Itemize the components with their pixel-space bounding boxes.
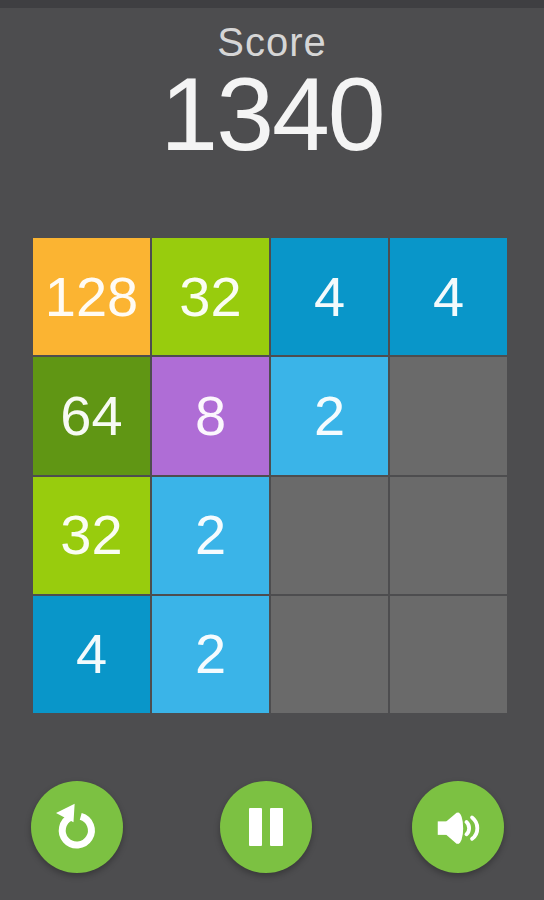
restart-button[interactable] bbox=[31, 781, 123, 873]
empty-cell bbox=[271, 477, 388, 594]
tile-2: 2 bbox=[152, 477, 269, 594]
restart-icon bbox=[49, 799, 105, 855]
sound-button[interactable] bbox=[412, 781, 504, 873]
pause-button[interactable] bbox=[220, 781, 312, 873]
empty-cell bbox=[390, 357, 507, 474]
tile-64: 64 bbox=[33, 357, 150, 474]
score-value: 1340 bbox=[0, 62, 544, 166]
tile-128: 128 bbox=[33, 238, 150, 355]
sound-icon bbox=[431, 800, 485, 854]
tile-4: 4 bbox=[33, 596, 150, 713]
tile-4: 4 bbox=[271, 238, 388, 355]
tile-32: 32 bbox=[33, 477, 150, 594]
status-bar bbox=[0, 0, 544, 8]
empty-cell bbox=[390, 596, 507, 713]
pause-icon bbox=[246, 807, 286, 847]
empty-cell bbox=[271, 596, 388, 713]
tile-2: 2 bbox=[152, 596, 269, 713]
game-screen: Score 1340 1283244648232242 bbox=[0, 0, 544, 900]
tile-8: 8 bbox=[152, 357, 269, 474]
tile-32: 32 bbox=[152, 238, 269, 355]
empty-cell bbox=[390, 477, 507, 594]
tile-4: 4 bbox=[390, 238, 507, 355]
game-board[interactable]: 1283244648232242 bbox=[33, 238, 507, 713]
tile-2: 2 bbox=[271, 357, 388, 474]
